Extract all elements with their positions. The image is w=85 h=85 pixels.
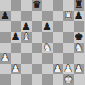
- square-b8[interactable]: [11, 0, 22, 11]
- piece-black-queen[interactable]: ♛: [32, 0, 41, 10]
- piece-white-pawn[interactable]: ♟: [64, 64, 73, 74]
- square-f4[interactable]: [53, 43, 64, 54]
- square-b4[interactable]: [11, 43, 22, 54]
- square-g6[interactable]: [63, 21, 74, 32]
- square-g4[interactable]: [63, 43, 74, 54]
- piece-white-pawn[interactable]: ♟: [53, 64, 62, 74]
- square-c4[interactable]: [21, 43, 32, 54]
- square-b5[interactable]: ♟: [11, 32, 22, 43]
- piece-white-king[interactable]: ♚: [64, 74, 73, 84]
- square-a8[interactable]: [0, 0, 11, 11]
- square-b6[interactable]: [11, 21, 22, 32]
- square-e7[interactable]: [42, 11, 53, 22]
- square-d3[interactable]: [32, 53, 43, 64]
- square-d1[interactable]: [32, 74, 43, 85]
- square-g1[interactable]: ♚: [63, 74, 74, 85]
- square-h7[interactable]: ♟: [74, 11, 85, 22]
- square-d2[interactable]: [32, 64, 43, 75]
- square-a4[interactable]: [0, 43, 11, 54]
- square-f3[interactable]: [53, 53, 64, 64]
- square-c6[interactable]: ♟: [21, 21, 32, 32]
- square-e1[interactable]: [42, 74, 53, 85]
- square-e3[interactable]: [42, 53, 53, 64]
- piece-white-pawn[interactable]: ♟: [11, 64, 20, 74]
- square-f6[interactable]: [53, 21, 64, 32]
- square-a7[interactable]: ♟: [0, 11, 11, 22]
- square-d7[interactable]: [32, 11, 43, 22]
- square-g3[interactable]: [63, 53, 74, 64]
- square-d5[interactable]: [32, 32, 43, 43]
- square-g2[interactable]: ♟: [63, 64, 74, 75]
- square-b3[interactable]: [11, 53, 22, 64]
- square-e6[interactable]: ♟: [42, 21, 53, 32]
- square-h5[interactable]: ♚: [74, 32, 85, 43]
- piece-white-rook[interactable]: ♜: [64, 11, 73, 21]
- square-d6[interactable]: [32, 21, 43, 32]
- square-f1[interactable]: [53, 74, 64, 85]
- square-c5[interactable]: ♝: [21, 32, 32, 43]
- square-e4[interactable]: ♞: [42, 43, 53, 54]
- piece-white-bishop[interactable]: ♝: [22, 32, 31, 42]
- square-c8[interactable]: [21, 0, 32, 11]
- piece-black-king[interactable]: ♚: [74, 32, 83, 42]
- square-h6[interactable]: [74, 21, 85, 32]
- piece-black-pawn[interactable]: ♟: [74, 11, 83, 21]
- square-h3[interactable]: [74, 53, 85, 64]
- square-g7[interactable]: ♜: [63, 11, 74, 22]
- square-d4[interactable]: [32, 43, 43, 54]
- piece-black-pawn[interactable]: ♟: [43, 21, 52, 31]
- piece-white-pawn[interactable]: ♟: [1, 53, 10, 63]
- piece-white-knight[interactable]: ♞: [43, 43, 52, 53]
- square-f8[interactable]: [53, 0, 64, 11]
- square-g5[interactable]: [63, 32, 74, 43]
- square-c2[interactable]: [21, 64, 32, 75]
- square-b1[interactable]: [11, 74, 22, 85]
- square-a1[interactable]: [0, 74, 11, 85]
- square-h1[interactable]: [74, 74, 85, 85]
- square-e8[interactable]: [42, 0, 53, 11]
- square-h2[interactable]: ♟: [74, 64, 85, 75]
- piece-white-pawn[interactable]: ♟: [74, 64, 83, 74]
- square-f2[interactable]: ♟: [53, 64, 64, 75]
- square-d8[interactable]: ♛: [32, 0, 43, 11]
- piece-black-pawn[interactable]: ♟: [11, 32, 20, 42]
- square-c7[interactable]: [21, 11, 32, 22]
- piece-black-pawn[interactable]: ♟: [1, 11, 10, 21]
- square-c3[interactable]: [21, 53, 32, 64]
- square-b7[interactable]: [11, 11, 22, 22]
- square-a6[interactable]: [0, 21, 11, 32]
- chess-board: ♛♜♟♜♟♟♟♟♝♚♞♞♟♟♟♟♟♚: [0, 0, 84, 85]
- square-e2[interactable]: [42, 64, 53, 75]
- square-a3[interactable]: ♟: [0, 53, 11, 64]
- square-h4[interactable]: ♞: [74, 43, 85, 54]
- square-a5[interactable]: [0, 32, 11, 43]
- piece-white-knight[interactable]: ♞: [74, 43, 83, 53]
- square-a2[interactable]: [0, 64, 11, 75]
- square-f5[interactable]: [53, 32, 64, 43]
- piece-black-rook[interactable]: ♜: [74, 0, 83, 10]
- square-f7[interactable]: [53, 11, 64, 22]
- square-h8[interactable]: ♜: [74, 0, 85, 11]
- square-e5[interactable]: [42, 32, 53, 43]
- square-b2[interactable]: ♟: [11, 64, 22, 75]
- square-g8[interactable]: [63, 0, 74, 11]
- square-c1[interactable]: [21, 74, 32, 85]
- piece-black-pawn[interactable]: ♟: [22, 21, 31, 31]
